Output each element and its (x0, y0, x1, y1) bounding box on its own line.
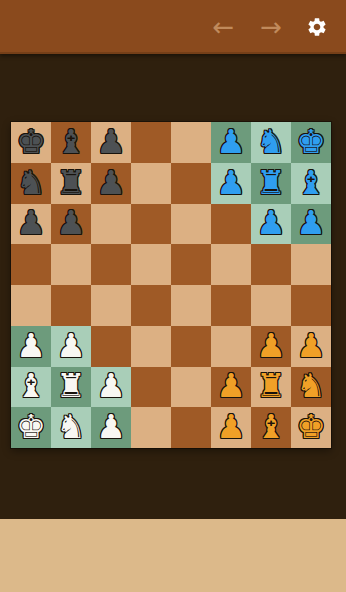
square-e4[interactable] (171, 285, 211, 326)
square-h6[interactable]: ♟ (291, 204, 331, 245)
settings-button[interactable] (302, 14, 332, 40)
square-b3[interactable]: ♟ (51, 326, 91, 367)
square-g4[interactable] (251, 285, 291, 326)
redo-forward-button[interactable]: → (254, 12, 288, 42)
piece-orange-pawn: ♟ (256, 329, 286, 362)
square-a8[interactable]: ♚ (11, 122, 51, 163)
piece-blue-pawn: ♟ (216, 166, 246, 199)
piece-black-pawn: ♟ (96, 166, 126, 199)
square-g5[interactable] (251, 244, 291, 285)
square-c8[interactable]: ♟ (91, 122, 131, 163)
square-h5[interactable] (291, 244, 331, 285)
square-g1[interactable]: ♝ (251, 407, 291, 448)
square-h2[interactable]: ♞ (291, 367, 331, 408)
square-f7[interactable]: ♟ (211, 163, 251, 204)
square-g3[interactable]: ♟ (251, 326, 291, 367)
square-a5[interactable] (11, 244, 51, 285)
undo-back-button[interactable]: ← (206, 12, 240, 42)
square-b8[interactable]: ♝ (51, 122, 91, 163)
square-f1[interactable]: ♟ (211, 407, 251, 448)
square-a2[interactable]: ♝ (11, 367, 51, 408)
piece-blue-king: ♚ (296, 125, 326, 158)
square-d5[interactable] (131, 244, 171, 285)
piece-orange-bishop: ♝ (256, 410, 286, 443)
square-e8[interactable] (171, 122, 211, 163)
piece-black-pawn: ♟ (96, 125, 126, 158)
square-a3[interactable]: ♟ (11, 326, 51, 367)
square-f3[interactable] (211, 326, 251, 367)
square-b2[interactable]: ♜ (51, 367, 91, 408)
square-b5[interactable] (51, 244, 91, 285)
square-a7[interactable]: ♞ (11, 163, 51, 204)
square-f2[interactable]: ♟ (211, 367, 251, 408)
piece-white-pawn: ♟ (56, 329, 86, 362)
piece-white-pawn: ♟ (96, 369, 126, 402)
top-toolbar: ← → (0, 0, 346, 54)
square-f6[interactable] (211, 204, 251, 245)
square-h3[interactable]: ♟ (291, 326, 331, 367)
piece-orange-pawn: ♟ (216, 410, 246, 443)
piece-white-knight: ♞ (56, 410, 86, 443)
square-c1[interactable]: ♟ (91, 407, 131, 448)
piece-white-pawn: ♟ (16, 329, 46, 362)
square-d7[interactable] (131, 163, 171, 204)
square-f5[interactable] (211, 244, 251, 285)
piece-blue-bishop: ♝ (296, 166, 326, 199)
piece-black-knight: ♞ (16, 166, 46, 199)
piece-blue-pawn: ♟ (216, 125, 246, 158)
square-a6[interactable]: ♟ (11, 204, 51, 245)
square-a1[interactable]: ♚ (11, 407, 51, 448)
square-g7[interactable]: ♜ (251, 163, 291, 204)
square-b1[interactable]: ♞ (51, 407, 91, 448)
square-b7[interactable]: ♜ (51, 163, 91, 204)
piece-black-king: ♚ (16, 125, 46, 158)
square-e2[interactable] (171, 367, 211, 408)
app-screen: ← → ♚♝♟♟♞♚♞♜♟♟♜♝♟♟♟♟♟♟♟♟♝♜♟♟♜♞♚♞♟♟♝♚ (0, 0, 346, 592)
piece-white-king: ♚ (16, 410, 46, 443)
square-d8[interactable] (131, 122, 171, 163)
piece-orange-rook: ♜ (256, 369, 286, 402)
settings-gear-icon (306, 16, 328, 38)
piece-blue-knight: ♞ (256, 125, 286, 158)
piece-orange-king: ♚ (296, 410, 326, 443)
square-e3[interactable] (171, 326, 211, 367)
piece-orange-knight: ♞ (296, 369, 326, 402)
square-g2[interactable]: ♜ (251, 367, 291, 408)
square-h7[interactable]: ♝ (291, 163, 331, 204)
square-c2[interactable]: ♟ (91, 367, 131, 408)
square-c4[interactable] (91, 285, 131, 326)
square-h1[interactable]: ♚ (291, 407, 331, 448)
chess-board: ♚♝♟♟♞♚♞♜♟♟♜♝♟♟♟♟♟♟♟♟♝♜♟♟♜♞♚♞♟♟♝♚ (11, 122, 331, 448)
square-c7[interactable]: ♟ (91, 163, 131, 204)
piece-blue-pawn: ♟ (296, 206, 326, 239)
square-d6[interactable] (131, 204, 171, 245)
square-g6[interactable]: ♟ (251, 204, 291, 245)
piece-blue-pawn: ♟ (256, 206, 286, 239)
square-h4[interactable] (291, 285, 331, 326)
square-c6[interactable] (91, 204, 131, 245)
square-c3[interactable] (91, 326, 131, 367)
square-b6[interactable]: ♟ (51, 204, 91, 245)
piece-black-bishop: ♝ (56, 125, 86, 158)
square-e5[interactable] (171, 244, 211, 285)
square-e7[interactable] (171, 163, 211, 204)
piece-black-rook: ♜ (56, 166, 86, 199)
piece-white-pawn: ♟ (96, 410, 126, 443)
square-e6[interactable] (171, 204, 211, 245)
forward-arrow-icon: → (260, 12, 282, 42)
square-f8[interactable]: ♟ (211, 122, 251, 163)
piece-blue-rook: ♜ (256, 166, 286, 199)
square-e1[interactable] (171, 407, 211, 448)
square-d4[interactable] (131, 285, 171, 326)
square-d2[interactable] (131, 367, 171, 408)
square-d1[interactable] (131, 407, 171, 448)
square-f4[interactable] (211, 285, 251, 326)
square-d3[interactable] (131, 326, 171, 367)
square-a4[interactable] (11, 285, 51, 326)
bottom-banner-area (0, 519, 346, 592)
piece-black-pawn: ♟ (16, 206, 46, 239)
piece-orange-pawn: ♟ (296, 329, 326, 362)
piece-black-pawn: ♟ (56, 206, 86, 239)
square-c5[interactable] (91, 244, 131, 285)
square-h8[interactable]: ♚ (291, 122, 331, 163)
piece-white-rook: ♜ (56, 369, 86, 402)
back-arrow-icon: ← (212, 12, 234, 42)
square-g8[interactable]: ♞ (251, 122, 291, 163)
square-b4[interactable] (51, 285, 91, 326)
piece-white-bishop: ♝ (16, 369, 46, 402)
piece-orange-pawn: ♟ (216, 369, 246, 402)
